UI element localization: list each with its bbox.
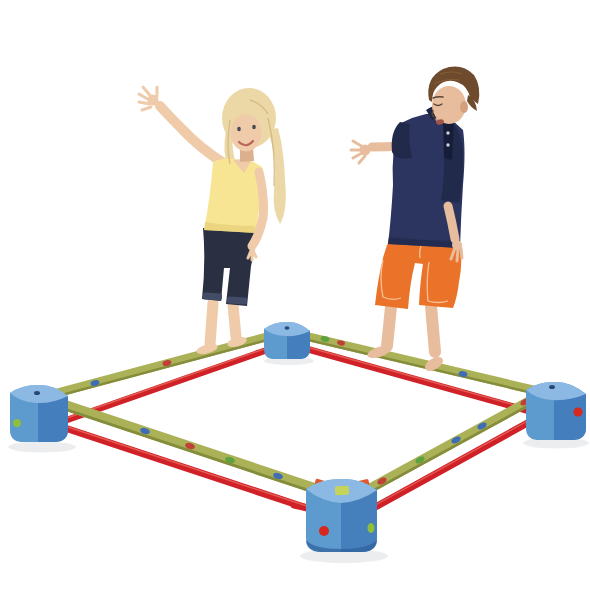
boy-ear: [460, 101, 468, 113]
pod-red-button: [574, 408, 583, 417]
girl-right-calf: [233, 305, 236, 337]
corner-pod-front: [306, 478, 377, 552]
boy-finger: [457, 249, 458, 261]
corner-pod-top: [264, 322, 310, 359]
girl-tank-top: [204, 158, 263, 233]
pod-sticker: [335, 486, 350, 496]
boy-button: [446, 131, 449, 134]
pod-green-button: [368, 523, 375, 533]
boy-finger: [461, 248, 462, 258]
girl-left-eye: [237, 127, 241, 132]
pod-red-button: [319, 526, 329, 536]
left-pod-shadow: [8, 442, 76, 453]
pod-hole: [549, 385, 555, 389]
pod-hole: [34, 391, 40, 395]
girl-right-eye: [252, 125, 256, 130]
corner-pod-right: [526, 382, 586, 440]
girl-finger: [139, 102, 150, 104]
product-photo: [0, 0, 590, 590]
boy-right-calf: [431, 306, 435, 352]
pod-green-button: [13, 419, 21, 427]
boy-button: [446, 143, 449, 146]
scene-svg: [0, 0, 590, 590]
girl-left-calf: [210, 303, 213, 344]
corner-pod-left: [10, 385, 68, 442]
girl-cuff-left: [203, 292, 222, 300]
girl-cuff-right: [227, 296, 247, 304]
boy-left-calf: [387, 307, 391, 346]
pod-hole: [285, 326, 290, 329]
